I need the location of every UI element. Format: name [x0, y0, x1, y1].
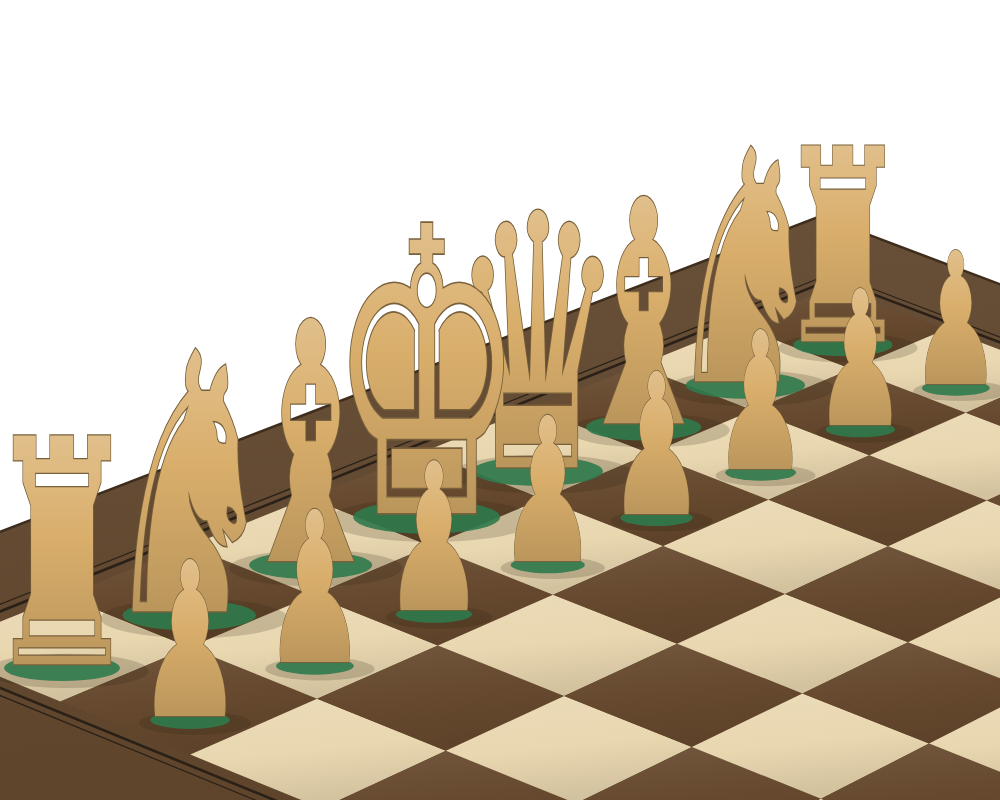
piece-glyph-pawn: ♟	[383, 419, 484, 658]
piece-glyph-pawn: ♟	[814, 251, 907, 470]
piece-white-pawn-c2: ♟	[713, 290, 815, 514]
piece-white-pawn-h2: ♟	[137, 516, 251, 766]
piece-glyph-pawn: ♟	[713, 290, 808, 514]
piece-glyph-pawn: ♟	[263, 467, 367, 711]
piece-glyph-pawn: ♟	[608, 332, 705, 560]
piece-white-pawn-g2: ♟	[263, 467, 374, 711]
piece-glyph-pawn: ♟	[910, 213, 1000, 427]
piece-white-rook-h1: ♜	[0, 374, 148, 738]
piece-white-pawn-a2: ♟	[910, 213, 1000, 427]
piece-white-pawn-e2: ♟	[498, 375, 605, 608]
piece-glyph-pawn: ♟	[498, 375, 597, 608]
chessboard: ♜♟♞♟♝♟♛♟♚♟♝♟♞♟♜♟	[0, 0, 1000, 800]
piece-glyph-rook: ♜	[0, 374, 139, 738]
chess-set-photo: ♜♟♞♟♝♟♛♟♚♟♝♟♞♟♜♟	[0, 0, 1000, 800]
piece-white-pawn-d2: ♟	[608, 332, 712, 560]
piece-glyph-pawn: ♟	[137, 516, 243, 766]
piece-white-pawn-b2: ♟	[814, 251, 914, 470]
piece-white-pawn-f2: ♟	[383, 419, 492, 658]
